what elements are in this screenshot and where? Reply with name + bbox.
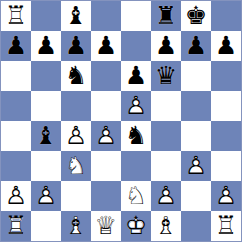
square-d3[interactable] xyxy=(91,151,121,181)
square-g3[interactable]: ♟♙ xyxy=(181,151,211,181)
square-h1[interactable]: ♜♖ xyxy=(211,211,241,241)
piece-white-pawn: ♟♙ xyxy=(61,121,91,151)
piece-black-pawn: ♟ xyxy=(1,31,31,61)
piece-white-pawn: ♟♙ xyxy=(91,121,121,151)
square-e4[interactable]: ♞ xyxy=(121,121,151,151)
square-c7[interactable]: ♟ xyxy=(61,31,91,61)
square-b2[interactable]: ♟♙ xyxy=(31,181,61,211)
square-c5[interactable] xyxy=(61,91,91,121)
square-f7[interactable]: ♟ xyxy=(151,31,181,61)
square-c8[interactable]: ♝ xyxy=(61,1,91,31)
piece-black-king: ♚ xyxy=(181,1,211,31)
square-a1[interactable]: ♜♖ xyxy=(1,211,31,241)
square-a4[interactable] xyxy=(1,121,31,151)
square-c2[interactable] xyxy=(61,181,91,211)
square-d8[interactable] xyxy=(91,1,121,31)
piece-black-pawn: ♟ xyxy=(211,31,241,61)
square-h2[interactable]: ♟♙ xyxy=(211,181,241,211)
square-e2[interactable]: ♞♘ xyxy=(121,181,151,211)
square-a2[interactable]: ♟♙ xyxy=(1,181,31,211)
square-a5[interactable] xyxy=(1,91,31,121)
square-d7[interactable]: ♟ xyxy=(91,31,121,61)
piece-black-pawn: ♟ xyxy=(31,31,61,61)
square-f1[interactable]: ♝♗ xyxy=(151,211,181,241)
square-e5[interactable]: ♟♙ xyxy=(121,91,151,121)
piece-white-knight: ♞♘ xyxy=(121,181,151,211)
square-h8[interactable] xyxy=(211,1,241,31)
square-g6[interactable] xyxy=(181,61,211,91)
piece-black-rook: ♜ xyxy=(151,1,181,31)
piece-black-pawn: ♟ xyxy=(91,31,121,61)
piece-white-pawn: ♟♙ xyxy=(1,181,31,211)
piece-white-pawn: ♟♙ xyxy=(181,151,211,181)
piece-white-pawn: ♟♙ xyxy=(31,181,61,211)
chess-board: ♜♖♝♜♚♟♟♟♟♟♟♟♞♟♛♟♙♝♟♙♟♙♞♞♘♟♙♟♙♟♙♞♘♟♙♟♙♜♖♝… xyxy=(0,0,242,242)
piece-white-rook: ♜♖ xyxy=(1,211,31,241)
piece-black-pawn: ♟ xyxy=(61,31,91,61)
piece-black-bishop: ♝ xyxy=(31,121,61,151)
square-h7[interactable]: ♟ xyxy=(211,31,241,61)
square-g1[interactable] xyxy=(181,211,211,241)
square-e3[interactable] xyxy=(121,151,151,181)
piece-white-bishop: ♝♗ xyxy=(151,211,181,241)
square-b8[interactable] xyxy=(31,1,61,31)
square-f2[interactable]: ♟♙ xyxy=(151,181,181,211)
square-d4[interactable]: ♟♙ xyxy=(91,121,121,151)
square-b3[interactable] xyxy=(31,151,61,181)
square-a7[interactable]: ♟ xyxy=(1,31,31,61)
piece-white-rook: ♜♖ xyxy=(211,211,241,241)
square-g2[interactable] xyxy=(181,181,211,211)
piece-white-rook: ♜♖ xyxy=(1,1,31,31)
square-c6[interactable]: ♞ xyxy=(61,61,91,91)
square-h3[interactable] xyxy=(211,151,241,181)
piece-white-queen: ♛♕ xyxy=(91,211,121,241)
square-f4[interactable] xyxy=(151,121,181,151)
square-e7[interactable] xyxy=(121,31,151,61)
square-d1[interactable]: ♛♕ xyxy=(91,211,121,241)
piece-white-pawn: ♟♙ xyxy=(211,181,241,211)
square-c4[interactable]: ♟♙ xyxy=(61,121,91,151)
square-g5[interactable] xyxy=(181,91,211,121)
square-d5[interactable] xyxy=(91,91,121,121)
square-b7[interactable]: ♟ xyxy=(31,31,61,61)
square-c3[interactable]: ♞♘ xyxy=(61,151,91,181)
square-f8[interactable]: ♜ xyxy=(151,1,181,31)
square-a8[interactable]: ♜♖ xyxy=(1,1,31,31)
piece-white-bishop: ♝♗ xyxy=(61,211,91,241)
piece-black-knight: ♞ xyxy=(121,121,151,151)
piece-black-pawn: ♟ xyxy=(151,31,181,61)
square-a3[interactable] xyxy=(1,151,31,181)
square-h4[interactable] xyxy=(211,121,241,151)
square-e8[interactable] xyxy=(121,1,151,31)
square-c1[interactable]: ♝♗ xyxy=(61,211,91,241)
square-f6[interactable]: ♛ xyxy=(151,61,181,91)
square-b5[interactable] xyxy=(31,91,61,121)
piece-black-pawn: ♟ xyxy=(121,61,151,91)
piece-black-knight: ♞ xyxy=(61,61,91,91)
square-f5[interactable] xyxy=(151,91,181,121)
piece-white-knight: ♞♘ xyxy=(61,151,91,181)
square-b6[interactable] xyxy=(31,61,61,91)
piece-white-king: ♚♔ xyxy=(121,211,151,241)
piece-white-pawn: ♟♙ xyxy=(121,91,151,121)
square-b1[interactable] xyxy=(31,211,61,241)
piece-black-pawn: ♟ xyxy=(181,31,211,61)
square-e1[interactable]: ♚♔ xyxy=(121,211,151,241)
square-g8[interactable]: ♚ xyxy=(181,1,211,31)
square-g4[interactable] xyxy=(181,121,211,151)
square-a6[interactable] xyxy=(1,61,31,91)
square-d6[interactable] xyxy=(91,61,121,91)
square-h5[interactable] xyxy=(211,91,241,121)
piece-black-queen: ♛ xyxy=(151,61,181,91)
square-d2[interactable] xyxy=(91,181,121,211)
square-h6[interactable] xyxy=(211,61,241,91)
square-g7[interactable]: ♟ xyxy=(181,31,211,61)
square-f3[interactable] xyxy=(151,151,181,181)
square-e6[interactable]: ♟ xyxy=(121,61,151,91)
piece-black-bishop: ♝ xyxy=(61,1,91,31)
square-b4[interactable]: ♝ xyxy=(31,121,61,151)
piece-white-pawn: ♟♙ xyxy=(151,181,181,211)
